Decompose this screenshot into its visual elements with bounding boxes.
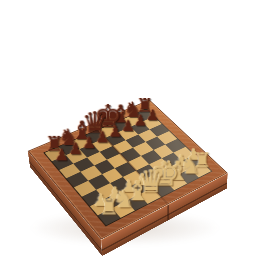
photo-scene: ♜♞♝♛♚♝♞♜♟♟♟♟♟♟♟♟♟♟♟♟♟♟♟♟♜♞♝♛♚♝♞♜ bbox=[0, 0, 260, 260]
white-rook-icon: ♜ bbox=[86, 196, 132, 219]
